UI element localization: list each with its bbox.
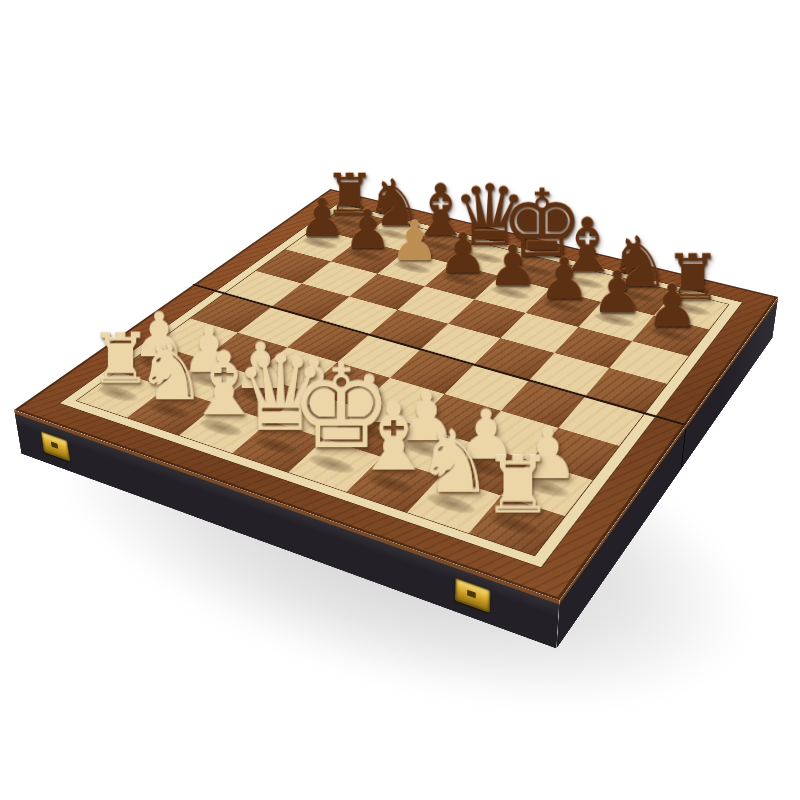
- chess-board: ♜♞♝♛♚♝♞♜♟♟♟♟♟♟♟♟♟♟♟♟♟♟♟♟♜♞♝♛♚♝♞♜: [14, 189, 778, 601]
- side-fold-gap: [681, 428, 687, 470]
- piece-black-p-h7: ♟: [633, 276, 712, 335]
- piece-white-r-h1: ♜: [470, 447, 566, 526]
- brass-clasp-left: [41, 431, 71, 462]
- brass-clasp-right: [455, 578, 491, 613]
- photo-backdrop: ♜♞♝♛♚♝♞♜♟♟♟♟♟♟♟♟♟♟♟♟♟♟♟♟♜♞♝♛♚♝♞♜: [0, 0, 800, 800]
- perspective-scene: ♜♞♝♛♚♝♞♜♟♟♟♟♟♟♟♟♟♟♟♟♟♟♟♟♜♞♝♛♚♝♞♜: [0, 0, 800, 800]
- white-r-glyph: ♜: [470, 447, 566, 526]
- black-p-glyph: ♟: [633, 276, 712, 335]
